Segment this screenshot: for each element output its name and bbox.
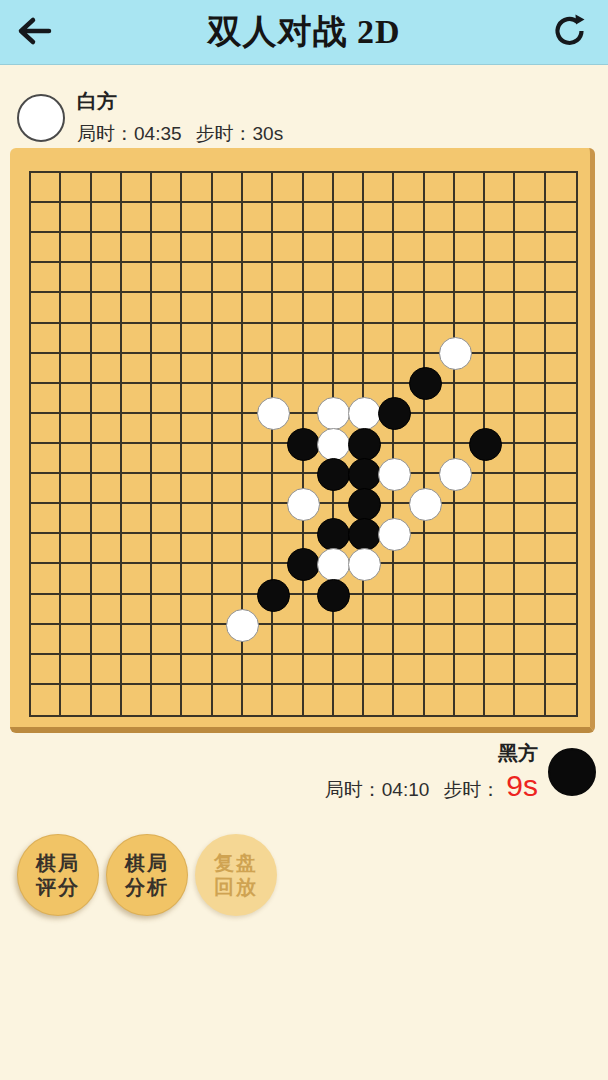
board-cell[interactable] — [92, 233, 122, 263]
board-cell[interactable] — [243, 685, 273, 715]
board-cell[interactable] — [273, 685, 303, 715]
board-cell[interactable] — [213, 384, 243, 414]
board-cell[interactable] — [334, 595, 364, 625]
board-cell[interactable] — [304, 595, 334, 625]
board-cell[interactable] — [122, 685, 152, 715]
board-cell[interactable] — [334, 444, 364, 474]
board-cell[interactable] — [364, 595, 394, 625]
board-cell[interactable] — [273, 324, 303, 354]
board-cell[interactable] — [364, 324, 394, 354]
board-cell[interactable] — [455, 354, 485, 384]
board-cell[interactable] — [61, 625, 91, 655]
board-cell[interactable] — [92, 203, 122, 233]
board-cell[interactable] — [122, 595, 152, 625]
board-cell[interactable] — [304, 655, 334, 685]
board-cell[interactable] — [304, 474, 334, 504]
board-cell[interactable] — [31, 595, 61, 625]
board-cell[interactable] — [152, 203, 182, 233]
board-cell[interactable] — [152, 444, 182, 474]
board-cell[interactable] — [485, 474, 515, 504]
board-cell[interactable] — [304, 233, 334, 263]
board-cell[interactable] — [182, 384, 212, 414]
board-cell[interactable] — [92, 263, 122, 293]
board-cell[interactable] — [273, 534, 303, 564]
board-cell[interactable] — [485, 595, 515, 625]
board-cell[interactable] — [455, 173, 485, 203]
board-cell[interactable] — [304, 173, 334, 203]
board-cell[interactable] — [485, 685, 515, 715]
board-cell[interactable] — [425, 293, 455, 323]
board-cell[interactable] — [546, 564, 576, 594]
board-cell[interactable] — [31, 354, 61, 384]
board-cell[interactable] — [273, 203, 303, 233]
board-cell[interactable] — [182, 655, 212, 685]
board-cell[interactable] — [334, 354, 364, 384]
board-cell[interactable] — [273, 173, 303, 203]
board-cell[interactable] — [515, 685, 545, 715]
board-cell[interactable] — [243, 655, 273, 685]
board-cell[interactable] — [515, 564, 545, 594]
board-cell[interactable] — [273, 504, 303, 534]
board-cell[interactable] — [334, 534, 364, 564]
board-cell[interactable] — [364, 233, 394, 263]
board-cell[interactable] — [364, 263, 394, 293]
board-cell[interactable] — [31, 293, 61, 323]
board-cell[interactable] — [273, 384, 303, 414]
board-cell[interactable] — [213, 414, 243, 444]
board-cell[interactable] — [455, 655, 485, 685]
board-cell[interactable] — [425, 263, 455, 293]
board-cell[interactable] — [243, 474, 273, 504]
board-cell[interactable] — [455, 474, 485, 504]
board-cell[interactable] — [394, 233, 424, 263]
board-cell[interactable] — [455, 293, 485, 323]
board-cell[interactable] — [485, 354, 515, 384]
board-cell[interactable] — [243, 324, 273, 354]
board-cell[interactable] — [92, 324, 122, 354]
board-cell[interactable] — [152, 534, 182, 564]
board-cell[interactable] — [273, 564, 303, 594]
board-cell[interactable] — [304, 444, 334, 474]
board-cell[interactable] — [485, 504, 515, 534]
board-cell[interactable] — [455, 324, 485, 354]
board-cell[interactable] — [485, 263, 515, 293]
board-cell[interactable] — [243, 293, 273, 323]
board-cell[interactable] — [334, 203, 364, 233]
board-cell[interactable] — [122, 263, 152, 293]
board-cell[interactable] — [546, 595, 576, 625]
board-cell[interactable] — [61, 655, 91, 685]
board-cell[interactable] — [364, 504, 394, 534]
board-cell[interactable] — [243, 354, 273, 384]
board-cell[interactable] — [31, 263, 61, 293]
board-cell[interactable] — [304, 564, 334, 594]
board-cell[interactable] — [273, 625, 303, 655]
board-cell[interactable] — [485, 655, 515, 685]
board-cell[interactable] — [92, 564, 122, 594]
board-cell[interactable] — [546, 203, 576, 233]
board-cell[interactable] — [152, 685, 182, 715]
board-cell[interactable] — [213, 293, 243, 323]
board-cell[interactable] — [485, 324, 515, 354]
board-cell[interactable] — [334, 384, 364, 414]
board-cell[interactable] — [334, 474, 364, 504]
board-cell[interactable] — [455, 263, 485, 293]
board-cell[interactable] — [546, 173, 576, 203]
board-cell[interactable] — [243, 564, 273, 594]
board-cell[interactable] — [364, 625, 394, 655]
board-cell[interactable] — [304, 504, 334, 534]
board-cell[interactable] — [394, 263, 424, 293]
board-cell[interactable] — [546, 324, 576, 354]
board-cell[interactable] — [394, 203, 424, 233]
gomoku-board[interactable] — [10, 148, 595, 733]
board-cell[interactable] — [455, 233, 485, 263]
board-cell[interactable] — [515, 444, 545, 474]
board-cell[interactable] — [92, 504, 122, 534]
board-cell[interactable] — [485, 233, 515, 263]
board-cell[interactable] — [31, 173, 61, 203]
board-cell[interactable] — [304, 625, 334, 655]
board-cell[interactable] — [546, 384, 576, 414]
board-cell[interactable] — [304, 263, 334, 293]
board-cell[interactable] — [92, 685, 122, 715]
board-cell[interactable] — [455, 504, 485, 534]
board-cell[interactable] — [515, 534, 545, 564]
board-cell[interactable] — [425, 625, 455, 655]
board-cell[interactable] — [92, 444, 122, 474]
board-cell[interactable] — [92, 384, 122, 414]
board-cell[interactable] — [182, 203, 212, 233]
board-cell[interactable] — [455, 414, 485, 444]
board-cell[interactable] — [455, 444, 485, 474]
board-cell[interactable] — [394, 354, 424, 384]
board-cell[interactable] — [182, 504, 212, 534]
board-cell[interactable] — [273, 414, 303, 444]
board-cell[interactable] — [273, 595, 303, 625]
board-cell[interactable] — [515, 203, 545, 233]
board-cell[interactable] — [334, 324, 364, 354]
board-cell[interactable] — [425, 414, 455, 444]
board-cell[interactable] — [455, 203, 485, 233]
board-cell[interactable] — [31, 504, 61, 534]
board-cell[interactable] — [546, 444, 576, 474]
board-cell[interactable] — [182, 474, 212, 504]
board-cell[interactable] — [455, 595, 485, 625]
board-cell[interactable] — [334, 293, 364, 323]
board-cell[interactable] — [122, 625, 152, 655]
board-cell[interactable] — [213, 173, 243, 203]
board-cell[interactable] — [31, 324, 61, 354]
board-cell[interactable] — [364, 173, 394, 203]
board-cell[interactable] — [515, 293, 545, 323]
board-cell[interactable] — [304, 414, 334, 444]
board-cell[interactable] — [455, 685, 485, 715]
board-cell[interactable] — [152, 263, 182, 293]
board-cell[interactable] — [92, 595, 122, 625]
board-cell[interactable] — [515, 655, 545, 685]
board-cell[interactable] — [182, 414, 212, 444]
board-cell[interactable] — [182, 595, 212, 625]
board-cell[interactable] — [152, 384, 182, 414]
board-cell[interactable] — [304, 685, 334, 715]
board-cell[interactable] — [152, 595, 182, 625]
board-cell[interactable] — [92, 474, 122, 504]
board-cell[interactable] — [334, 504, 364, 534]
board-cell[interactable] — [364, 474, 394, 504]
board-cell[interactable] — [31, 203, 61, 233]
board-cell[interactable] — [515, 233, 545, 263]
board-cell[interactable] — [394, 384, 424, 414]
board-cell[interactable] — [273, 655, 303, 685]
board-cell[interactable] — [61, 444, 91, 474]
board-cell[interactable] — [425, 444, 455, 474]
board-cell[interactable] — [394, 685, 424, 715]
board-cell[interactable] — [334, 233, 364, 263]
board-cell[interactable] — [92, 173, 122, 203]
board-cell[interactable] — [273, 293, 303, 323]
board-cell[interactable] — [546, 293, 576, 323]
board-cell[interactable] — [546, 655, 576, 685]
board-cell[interactable] — [122, 384, 152, 414]
board-cell[interactable] — [61, 233, 91, 263]
board-cell[interactable] — [61, 173, 91, 203]
board-cell[interactable] — [243, 233, 273, 263]
board-cell[interactable] — [61, 354, 91, 384]
board-cell[interactable] — [213, 354, 243, 384]
board-cell[interactable] — [515, 324, 545, 354]
board-cell[interactable] — [455, 625, 485, 655]
board-cell[interactable] — [31, 444, 61, 474]
board-cell[interactable] — [394, 293, 424, 323]
board-cell[interactable] — [425, 534, 455, 564]
board-cell[interactable] — [92, 655, 122, 685]
board-cell[interactable] — [182, 625, 212, 655]
board-cell[interactable] — [394, 444, 424, 474]
board-cell[interactable] — [425, 384, 455, 414]
board-cell[interactable] — [334, 173, 364, 203]
board-cell[interactable] — [182, 233, 212, 263]
board-cell[interactable] — [31, 564, 61, 594]
board-cell[interactable] — [243, 384, 273, 414]
board-cell[interactable] — [122, 534, 152, 564]
board-cell[interactable] — [455, 384, 485, 414]
board-cell[interactable] — [243, 203, 273, 233]
board-cell[interactable] — [182, 324, 212, 354]
board-cell[interactable] — [485, 625, 515, 655]
board-cell[interactable] — [304, 354, 334, 384]
board-cell[interactable] — [152, 655, 182, 685]
board-cell[interactable] — [364, 444, 394, 474]
board-cell[interactable] — [61, 564, 91, 594]
refresh-button[interactable] — [538, 0, 602, 65]
board-cell[interactable] — [515, 173, 545, 203]
board-cell[interactable] — [546, 474, 576, 504]
board-cell[interactable] — [515, 414, 545, 444]
board-cell[interactable] — [334, 655, 364, 685]
board-cell[interactable] — [334, 625, 364, 655]
board-cell[interactable] — [213, 534, 243, 564]
board-cell[interactable] — [425, 324, 455, 354]
board-cell[interactable] — [485, 293, 515, 323]
board-cell[interactable] — [304, 293, 334, 323]
board-cell[interactable] — [425, 595, 455, 625]
board-cell[interactable] — [122, 655, 152, 685]
board-cell[interactable] — [122, 324, 152, 354]
board-cell[interactable] — [122, 504, 152, 534]
board-cell[interactable] — [182, 263, 212, 293]
board-cell[interactable] — [394, 655, 424, 685]
board-cell[interactable] — [152, 564, 182, 594]
game-analysis-button[interactable]: 棋局 分析 — [106, 834, 188, 916]
board-cell[interactable] — [122, 173, 152, 203]
board-cell[interactable] — [213, 474, 243, 504]
board-cell[interactable] — [61, 414, 91, 444]
board-cell[interactable] — [182, 293, 212, 323]
board-cell[interactable] — [394, 474, 424, 504]
board-cell[interactable] — [92, 354, 122, 384]
board-cell[interactable] — [31, 655, 61, 685]
board-cell[interactable] — [515, 384, 545, 414]
board-cell[interactable] — [243, 173, 273, 203]
board-cell[interactable] — [515, 504, 545, 534]
board-cell[interactable] — [31, 384, 61, 414]
board-cell[interactable] — [425, 173, 455, 203]
board-cell[interactable] — [122, 564, 152, 594]
board-cell[interactable] — [485, 173, 515, 203]
board-cell[interactable] — [213, 203, 243, 233]
board-cell[interactable] — [273, 474, 303, 504]
board-cell[interactable] — [546, 233, 576, 263]
board-cell[interactable] — [546, 685, 576, 715]
board-cell[interactable] — [425, 655, 455, 685]
board-cell[interactable] — [394, 564, 424, 594]
board-cell[interactable] — [213, 625, 243, 655]
board-cell[interactable] — [425, 233, 455, 263]
board-cell[interactable] — [394, 595, 424, 625]
board-cell[interactable] — [213, 263, 243, 293]
board-cell[interactable] — [61, 595, 91, 625]
board-cell[interactable] — [334, 685, 364, 715]
board-cell[interactable] — [31, 233, 61, 263]
board-cell[interactable] — [61, 504, 91, 534]
board-cell[interactable] — [546, 414, 576, 444]
board-cell[interactable] — [485, 444, 515, 474]
back-button[interactable] — [2, 0, 66, 65]
board-cell[interactable] — [61, 384, 91, 414]
board-cell[interactable] — [485, 534, 515, 564]
board-cell[interactable] — [213, 655, 243, 685]
board-cell[interactable] — [152, 233, 182, 263]
replay-button[interactable]: 复盘 回放 — [195, 834, 277, 916]
board-cell[interactable] — [273, 233, 303, 263]
board-cell[interactable] — [31, 474, 61, 504]
board-cell[interactable] — [182, 534, 212, 564]
board-cell[interactable] — [364, 384, 394, 414]
board-cell[interactable] — [364, 564, 394, 594]
board-cell[interactable] — [243, 625, 273, 655]
board-cell[interactable] — [546, 534, 576, 564]
board-cell[interactable] — [122, 414, 152, 444]
board-cell[interactable] — [182, 564, 212, 594]
board-cell[interactable] — [334, 414, 364, 444]
board-cell[interactable] — [304, 534, 334, 564]
board-cell[interactable] — [455, 564, 485, 594]
board-cell[interactable] — [61, 293, 91, 323]
board-cell[interactable] — [92, 293, 122, 323]
board-cell[interactable] — [122, 293, 152, 323]
board-cell[interactable] — [273, 354, 303, 384]
board-cell[interactable] — [182, 444, 212, 474]
board-cell[interactable] — [394, 504, 424, 534]
board-cell[interactable] — [152, 324, 182, 354]
board-cell[interactable] — [122, 354, 152, 384]
board-cell[interactable] — [213, 233, 243, 263]
board-cell[interactable] — [515, 263, 545, 293]
board-cell[interactable] — [122, 203, 152, 233]
board-cell[interactable] — [243, 444, 273, 474]
board-cell[interactable] — [92, 534, 122, 564]
board-cell[interactable] — [213, 444, 243, 474]
board-cell[interactable] — [485, 384, 515, 414]
board-cell[interactable] — [394, 414, 424, 444]
board-cell[interactable] — [273, 263, 303, 293]
board-cell[interactable] — [425, 354, 455, 384]
board-cell[interactable] — [152, 173, 182, 203]
board-cell[interactable] — [546, 504, 576, 534]
board-cell[interactable] — [61, 474, 91, 504]
board-cell[interactable] — [243, 414, 273, 444]
board-cell[interactable] — [182, 685, 212, 715]
board-cell[interactable] — [152, 293, 182, 323]
board-cell[interactable] — [485, 414, 515, 444]
board-cell[interactable] — [152, 474, 182, 504]
board-cell[interactable] — [152, 354, 182, 384]
board-cell[interactable] — [364, 414, 394, 444]
board-cell[interactable] — [394, 625, 424, 655]
board-cell[interactable] — [61, 203, 91, 233]
board-cell[interactable] — [182, 354, 212, 384]
board-cell[interactable] — [394, 324, 424, 354]
board-cell[interactable] — [485, 203, 515, 233]
board-cell[interactable] — [546, 263, 576, 293]
board-cell[interactable] — [152, 414, 182, 444]
board-cell[interactable] — [61, 263, 91, 293]
board-cell[interactable] — [546, 625, 576, 655]
board-cell[interactable] — [243, 504, 273, 534]
board-cell[interactable] — [152, 625, 182, 655]
board-cell[interactable] — [92, 625, 122, 655]
board-cell[interactable] — [485, 564, 515, 594]
board-cell[interactable] — [213, 324, 243, 354]
board-cell[interactable] — [394, 534, 424, 564]
board-cell[interactable] — [364, 655, 394, 685]
board-cell[interactable] — [182, 173, 212, 203]
board-cell[interactable] — [273, 444, 303, 474]
board-cell[interactable] — [364, 354, 394, 384]
board-cell[interactable] — [213, 595, 243, 625]
board-cell[interactable] — [515, 595, 545, 625]
board-cell[interactable] — [364, 685, 394, 715]
board-cell[interactable] — [304, 203, 334, 233]
board-cell[interactable] — [213, 685, 243, 715]
board-cell[interactable] — [394, 173, 424, 203]
board-cell[interactable] — [31, 625, 61, 655]
board-cell[interactable] — [304, 324, 334, 354]
board-cell[interactable] — [425, 685, 455, 715]
board-cell[interactable] — [61, 685, 91, 715]
board-cell[interactable] — [546, 354, 576, 384]
